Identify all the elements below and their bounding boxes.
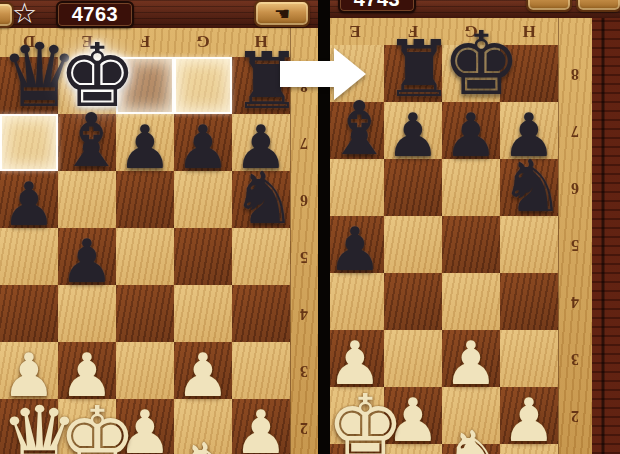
black-pawn[interactable]: ♟: [0, 174, 58, 234]
square-g4[interactable]: [174, 285, 232, 342]
top-right-button-1[interactable]: [526, 0, 572, 12]
white-king[interactable]: ♚: [330, 383, 384, 454]
square-h4[interactable]: [232, 285, 290, 342]
white-pawn[interactable]: ♟: [442, 333, 500, 393]
hand-button[interactable]: ☚: [254, 0, 310, 27]
square-h4[interactable]: [500, 273, 558, 330]
white-king[interactable]: ♚: [58, 395, 116, 454]
highlight-square-g8: [174, 57, 232, 114]
rank-label-5: 5: [561, 235, 589, 255]
rank-label-3: 3: [290, 361, 318, 381]
rank-label-8: 8: [561, 64, 589, 84]
rank-label-4: 4: [561, 292, 589, 312]
square-f5[interactable]: [116, 228, 174, 285]
square-g5[interactable]: [174, 228, 232, 285]
screenshot: DEFGH8765432♛♚♜♝♟♟♟♟♞♟♟♟♟♟♟♛♚♞ ☆ 4763 ☚ …: [0, 0, 620, 454]
square-h3[interactable]: [232, 342, 290, 399]
black-pawn[interactable]: ♟: [384, 105, 442, 165]
hand-icon: ☚: [274, 3, 290, 24]
square-f4[interactable]: [116, 285, 174, 342]
board-after: EFGH8765432♜♚♝♟♟♟♞♟♟♟♟♟♚♞: [330, 0, 620, 454]
black-pawn[interactable]: ♟: [58, 231, 116, 291]
white-pawn[interactable]: ♟: [174, 345, 232, 405]
black-bishop[interactable]: ♝: [58, 103, 116, 177]
rank-label-5: 5: [290, 247, 318, 267]
square-g4[interactable]: [442, 273, 500, 330]
white-pawn[interactable]: ♟: [500, 390, 558, 450]
rank-label-7: 7: [290, 133, 318, 153]
white-queen[interactable]: ♛: [0, 395, 58, 454]
rank-label-2: 2: [290, 418, 318, 438]
white-knight[interactable]: ♞: [442, 421, 500, 454]
square-f5[interactable]: [384, 216, 442, 273]
panel-after: EFGH8765432♜♚♝♟♟♟♞♟♟♟♟♟♚♞ 4743: [330, 0, 620, 454]
square-g5[interactable]: [442, 216, 500, 273]
black-rook[interactable]: ♜: [384, 30, 442, 108]
move-arrow-shaft: [280, 61, 334, 87]
rank-label-2: 2: [561, 406, 589, 426]
rank-label-7: 7: [561, 121, 589, 141]
square-d4[interactable]: [0, 285, 58, 342]
black-bishop[interactable]: ♝: [330, 91, 384, 165]
black-pawn[interactable]: ♟: [330, 219, 384, 279]
square-h3[interactable]: [500, 330, 558, 387]
star-icon: ☆: [12, 0, 37, 30]
score-value-left: 4763: [72, 3, 119, 25]
white-knight[interactable]: ♞: [174, 433, 232, 454]
rank-label-4: 4: [290, 304, 318, 324]
score-value-right: 4743: [354, 0, 401, 10]
board-before: DEFGH8765432♛♚♜♝♟♟♟♟♞♟♟♟♟♟♟♛♚♞: [0, 0, 318, 454]
rank-label-6: 6: [561, 178, 589, 198]
black-knight[interactable]: ♞: [232, 162, 290, 234]
white-pawn[interactable]: ♟: [232, 402, 290, 454]
square-f4[interactable]: [384, 273, 442, 330]
file-label-g: G: [174, 31, 232, 51]
score-box-left: 4763: [56, 1, 134, 28]
top-right-button-2[interactable]: [576, 0, 620, 12]
black-pawn[interactable]: ♟: [174, 117, 232, 177]
rank-label-3: 3: [561, 349, 589, 369]
black-knight[interactable]: ♞: [500, 150, 558, 222]
black-pawn[interactable]: ♟: [116, 117, 174, 177]
panel-before: DEFGH8765432♛♚♜♝♟♟♟♟♞♟♟♟♟♟♟♛♚♞ ☆ 4763 ☚: [0, 0, 318, 454]
move-arrow-head: [334, 48, 366, 100]
black-queen[interactable]: ♛: [0, 32, 58, 120]
score-box-right: 4743: [338, 0, 416, 13]
black-pawn[interactable]: ♟: [442, 105, 500, 165]
file-label-e: E: [330, 21, 384, 41]
black-king[interactable]: ♚: [442, 20, 500, 108]
